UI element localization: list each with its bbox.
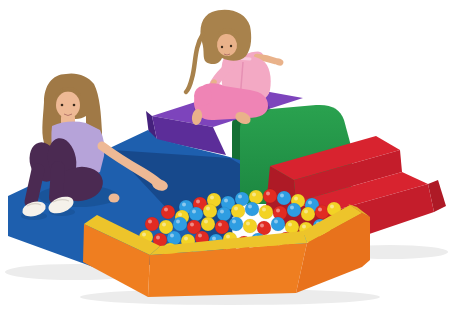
child2-eye	[230, 45, 232, 47]
play-ball	[217, 207, 231, 221]
play-ball	[189, 207, 203, 221]
play-ball	[263, 189, 277, 203]
play-ball	[201, 217, 215, 231]
play-ball	[215, 220, 229, 234]
child2-eye	[221, 46, 223, 48]
child1-eye	[61, 104, 64, 107]
play-ball	[245, 202, 259, 216]
child1-left-hand	[109, 194, 120, 203]
play-ball	[229, 217, 243, 231]
child1-face	[56, 92, 80, 119]
child1-eye	[73, 104, 76, 107]
play-ball	[161, 205, 175, 219]
play-ball	[277, 191, 291, 205]
product-photo-scene	[0, 0, 455, 309]
child2-hair-strand	[186, 34, 203, 92]
play-ball	[231, 204, 245, 218]
scene-canvas	[0, 0, 455, 309]
play-ball	[271, 217, 285, 231]
child2-knee	[194, 86, 212, 106]
play-ball	[173, 217, 187, 231]
play-ball	[301, 207, 315, 221]
play-ball	[259, 205, 273, 219]
play-ball	[243, 219, 257, 233]
wall-end-cap	[362, 213, 370, 267]
play-ball	[287, 203, 301, 217]
play-ball	[203, 204, 217, 218]
play-ball	[145, 217, 159, 231]
